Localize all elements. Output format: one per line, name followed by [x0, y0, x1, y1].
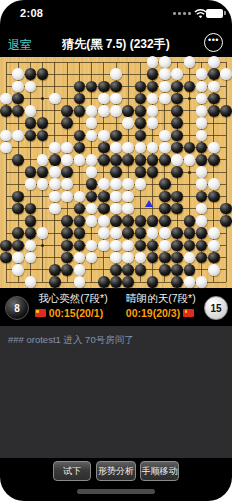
last-move-marker: [145, 200, 153, 207]
white-stone: [86, 215, 98, 227]
white-stone: [98, 227, 110, 239]
black-stone: [61, 166, 73, 178]
black-stone: [0, 240, 12, 252]
black-stone: [25, 215, 37, 227]
white-stone: [196, 166, 208, 178]
black-stone: [208, 191, 220, 203]
black-stone: [74, 105, 86, 117]
black-stone: [0, 252, 12, 264]
white-stone: [12, 130, 24, 142]
white-stone: [12, 68, 24, 80]
black-stone: [12, 93, 24, 105]
white-stone: [208, 56, 220, 68]
black-stone: [61, 252, 73, 264]
white-stone: [86, 166, 98, 178]
black-stone: [110, 81, 122, 93]
go-board[interactable]: [0, 57, 232, 288]
white-stone: [37, 178, 49, 190]
white-stone: [49, 166, 61, 178]
white-stone: [122, 252, 134, 264]
black-stone: [220, 203, 232, 215]
white-player-name: 晴朗的天(7段*): [120, 292, 202, 306]
black-stone: [74, 142, 86, 154]
white-stone: [196, 93, 208, 105]
white-stone: [98, 215, 110, 227]
black-stone: [171, 105, 183, 117]
black-stone: [86, 191, 98, 203]
black-stone: [98, 142, 110, 154]
white-stone: [208, 178, 220, 190]
black-stone: [184, 215, 196, 227]
white-stone: [0, 93, 12, 105]
black-stone: [25, 68, 37, 80]
black-stone: [12, 240, 24, 252]
black-stone: [12, 203, 24, 215]
move-navigation-button[interactable]: 手顺移动: [140, 461, 179, 481]
chat-message: ### orotest1 进入 70号房间了: [8, 334, 134, 347]
white-stone: [25, 178, 37, 190]
battery-icon: [206, 9, 223, 18]
white-stone: [86, 105, 98, 117]
black-time-text: 00:15(20/1): [49, 307, 103, 319]
black-stone: [135, 105, 147, 117]
black-stone: [147, 215, 159, 227]
white-stone: [220, 68, 232, 80]
black-stone: [171, 203, 183, 215]
black-stone: [184, 240, 196, 252]
white-stone: [74, 154, 86, 166]
white-stone: [110, 240, 122, 252]
black-stone: [135, 227, 147, 239]
white-stone: [12, 252, 24, 264]
black-stone: [110, 154, 122, 166]
black-stone: [110, 276, 122, 288]
black-stone: [171, 252, 183, 264]
black-stone: [25, 227, 37, 239]
white-stone: [86, 240, 98, 252]
black-stone: [74, 203, 86, 215]
white-stone: [196, 178, 208, 190]
black-stone: [61, 227, 73, 239]
white-stone: [196, 215, 208, 227]
white-stone: [159, 240, 171, 252]
black-stone: [135, 166, 147, 178]
black-stone: [147, 252, 159, 264]
white-stone: [74, 264, 86, 276]
white-stone: [196, 276, 208, 288]
white-stone: [122, 117, 134, 129]
white-stone: [147, 117, 159, 129]
black-stone: [110, 130, 122, 142]
black-stone: [208, 252, 220, 264]
white-stone: [122, 240, 134, 252]
white-stone: [196, 203, 208, 215]
white-stone: [61, 191, 73, 203]
white-stone: [110, 252, 122, 264]
black-stone: [49, 154, 61, 166]
black-stone: [25, 130, 37, 142]
black-stone: [135, 240, 147, 252]
black-stone: [147, 166, 159, 178]
black-stone: [74, 81, 86, 93]
black-stone: [159, 191, 171, 203]
black-stone: [220, 215, 232, 227]
white-stone: [208, 264, 220, 276]
white-stone: [86, 117, 98, 129]
white-stone: [49, 93, 61, 105]
white-stone: [184, 56, 196, 68]
white-stone: [135, 178, 147, 190]
cellular-signal-icon: [173, 12, 191, 15]
white-stone: [49, 191, 61, 203]
black-stone: [135, 130, 147, 142]
white-stone: [147, 227, 159, 239]
black-stone: [12, 154, 24, 166]
white-stone: [25, 252, 37, 264]
star-point: [188, 171, 191, 174]
black-stone: [171, 227, 183, 239]
white-stone: [110, 191, 122, 203]
white-stone: [12, 81, 24, 93]
white-stone: [0, 130, 12, 142]
white-stone: [98, 240, 110, 252]
white-stone: [122, 203, 134, 215]
black-stone: [135, 264, 147, 276]
black-stone: [196, 142, 208, 154]
white-stone: [171, 154, 183, 166]
black-stone: [74, 93, 86, 105]
phone-screen: 2:08 退室 猜先(黑 7.5) (232手) ••• 8 我心奕然(7段*)…: [0, 0, 232, 501]
white-stone: [171, 68, 183, 80]
white-stone: [159, 56, 171, 68]
black-stone: [171, 166, 183, 178]
black-stone: [171, 276, 183, 288]
white-stone: [208, 227, 220, 239]
black-stone: [159, 178, 171, 190]
black-stone: [122, 105, 134, 117]
white-stone: [208, 142, 220, 154]
white-stone: [98, 178, 110, 190]
white-stone: [49, 142, 61, 154]
black-stone: [159, 252, 171, 264]
white-stone: [159, 93, 171, 105]
white-stone: [25, 105, 37, 117]
black-stone: [12, 105, 24, 117]
white-stone: [61, 142, 73, 154]
black-stone: [61, 240, 73, 252]
black-stone: [122, 154, 134, 166]
white-stone: [86, 154, 98, 166]
white-time-text: 00:19(20/3): [126, 307, 180, 319]
white-stone: [25, 240, 37, 252]
black-stone: [110, 215, 122, 227]
black-stone: [74, 227, 86, 239]
black-stone: [135, 154, 147, 166]
star-point: [188, 97, 191, 100]
black-stone: [171, 240, 183, 252]
white-stone: [110, 178, 122, 190]
black-stone: [61, 117, 73, 129]
white-stone: [0, 142, 12, 154]
white-stone: [37, 154, 49, 166]
black-player-clock: 00:15(20/1): [22, 307, 116, 319]
black-stone: [159, 203, 171, 215]
black-stone: [171, 191, 183, 203]
white-stone: [110, 142, 122, 154]
white-stone: [122, 191, 134, 203]
white-stone: [74, 252, 86, 264]
white-stone: [147, 105, 159, 117]
white-stone: [147, 93, 159, 105]
black-stone: [147, 81, 159, 93]
white-stone: [86, 203, 98, 215]
white-stone: [110, 203, 122, 215]
white-stone: [122, 178, 134, 190]
black-stone: [110, 264, 122, 276]
black-stone: [135, 93, 147, 105]
white-stone: [208, 81, 220, 93]
white-captures-badge: 15: [204, 296, 228, 320]
black-stone: [171, 117, 183, 129]
white-stone: [122, 142, 134, 154]
black-stone: [98, 81, 110, 93]
black-stone: [86, 81, 98, 93]
black-stone: [171, 93, 183, 105]
home-indicator[interactable]: [77, 489, 155, 494]
black-stone: [25, 203, 37, 215]
black-stone: [37, 117, 49, 129]
white-stone: [98, 130, 110, 142]
black-stone: [171, 264, 183, 276]
black-stone: [74, 240, 86, 252]
star-point: [41, 97, 44, 100]
black-stone: [184, 264, 196, 276]
black-stone: [25, 117, 37, 129]
black-stone: [37, 166, 49, 178]
black-stone: [171, 130, 183, 142]
black-stone: [12, 191, 24, 203]
black-stone: [74, 130, 86, 142]
status-time: 2:08: [20, 7, 43, 19]
black-stone: [122, 227, 134, 239]
white-stone: [25, 81, 37, 93]
black-stone: [135, 117, 147, 129]
chat-panel[interactable]: ### orotest1 进入 70号房间了: [0, 326, 232, 458]
white-stone: [135, 252, 147, 264]
china-flag-icon: [35, 309, 46, 317]
black-stone: [159, 264, 171, 276]
black-stone: [196, 240, 208, 252]
screenshot-stage: 2:08 退室 猜先(黑 7.5) (232手) ••• 8 我心奕然(7段*)…: [0, 0, 232, 501]
black-stone: [147, 240, 159, 252]
white-stone: [135, 142, 147, 154]
black-stone: [0, 105, 12, 117]
black-stone: [49, 276, 61, 288]
white-stone: [110, 227, 122, 239]
black-stone: [98, 191, 110, 203]
white-stone: [184, 252, 196, 264]
white-stone: [184, 276, 196, 288]
black-stone: [98, 154, 110, 166]
white-stone: [98, 105, 110, 117]
white-stone: [110, 105, 122, 117]
black-stone: [122, 264, 134, 276]
black-stone: [122, 276, 134, 288]
black-stone: [208, 154, 220, 166]
white-stone: [61, 178, 73, 190]
chat-bubble-icon[interactable]: •••: [204, 33, 223, 52]
game-title: 猜先(黑 7.5) (232手): [0, 36, 232, 53]
grid-line: [226, 62, 227, 282]
white-stone: [147, 56, 159, 68]
white-stone: [37, 227, 49, 239]
black-stone: [147, 68, 159, 80]
black-stone: [184, 81, 196, 93]
black-stone: [196, 191, 208, 203]
black-stone: [196, 227, 208, 239]
white-stone: [159, 81, 171, 93]
black-stone: [12, 227, 24, 239]
white-stone: [159, 130, 171, 142]
black-stone: [37, 68, 49, 80]
black-stone: [208, 68, 220, 80]
star-point: [41, 244, 44, 247]
black-stone: [74, 215, 86, 227]
black-stone: [171, 81, 183, 93]
white-player-clock: 00:19(20/3): [118, 307, 202, 319]
white-stone: [159, 227, 171, 239]
white-stone: [86, 130, 98, 142]
white-stone: [25, 276, 37, 288]
position-analysis-button[interactable]: 形势分析: [96, 461, 136, 481]
black-stone: [86, 178, 98, 190]
white-stone: [184, 154, 196, 166]
black-stone: [159, 215, 171, 227]
black-stone: [61, 215, 73, 227]
white-stone: [147, 142, 159, 154]
black-stone: [98, 203, 110, 215]
china-flag-icon: [183, 309, 194, 317]
black-stone: [184, 227, 196, 239]
black-stone: [61, 105, 73, 117]
white-stone: [196, 68, 208, 80]
black-stone: [135, 81, 147, 93]
black-stone: [208, 93, 220, 105]
white-stone: [208, 240, 220, 252]
black-stone: [122, 215, 134, 227]
black-stone: [110, 166, 122, 178]
try-move-button[interactable]: 试下: [53, 461, 91, 481]
black-stone: [25, 166, 37, 178]
black-stone: [196, 252, 208, 264]
black-stone: [37, 130, 49, 142]
white-stone: [74, 276, 86, 288]
black-stone: [147, 276, 159, 288]
white-stone: [12, 264, 24, 276]
white-stone: [159, 68, 171, 80]
white-stone: [196, 130, 208, 142]
black-stone: [208, 105, 220, 117]
black-stone: [61, 264, 73, 276]
white-stone: [74, 191, 86, 203]
white-stone: [98, 93, 110, 105]
black-stone: [147, 154, 159, 166]
white-stone: [49, 178, 61, 190]
black-stone: [159, 154, 171, 166]
black-stone: [184, 142, 196, 154]
black-stone: [196, 154, 208, 166]
white-stone: [86, 252, 98, 264]
black-stone: [49, 264, 61, 276]
white-stone: [196, 81, 208, 93]
black-stone: [98, 276, 110, 288]
black-stone: [171, 142, 183, 154]
black-stone: [220, 105, 232, 117]
white-stone: [159, 142, 171, 154]
white-stone: [196, 105, 208, 117]
white-stone: [110, 93, 122, 105]
white-stone: [61, 154, 73, 166]
white-stone: [110, 68, 122, 80]
white-stone: [196, 117, 208, 129]
white-stone: [49, 203, 61, 215]
black-stone: [135, 215, 147, 227]
black-player-name: 我心奕然(7段*): [30, 292, 116, 306]
